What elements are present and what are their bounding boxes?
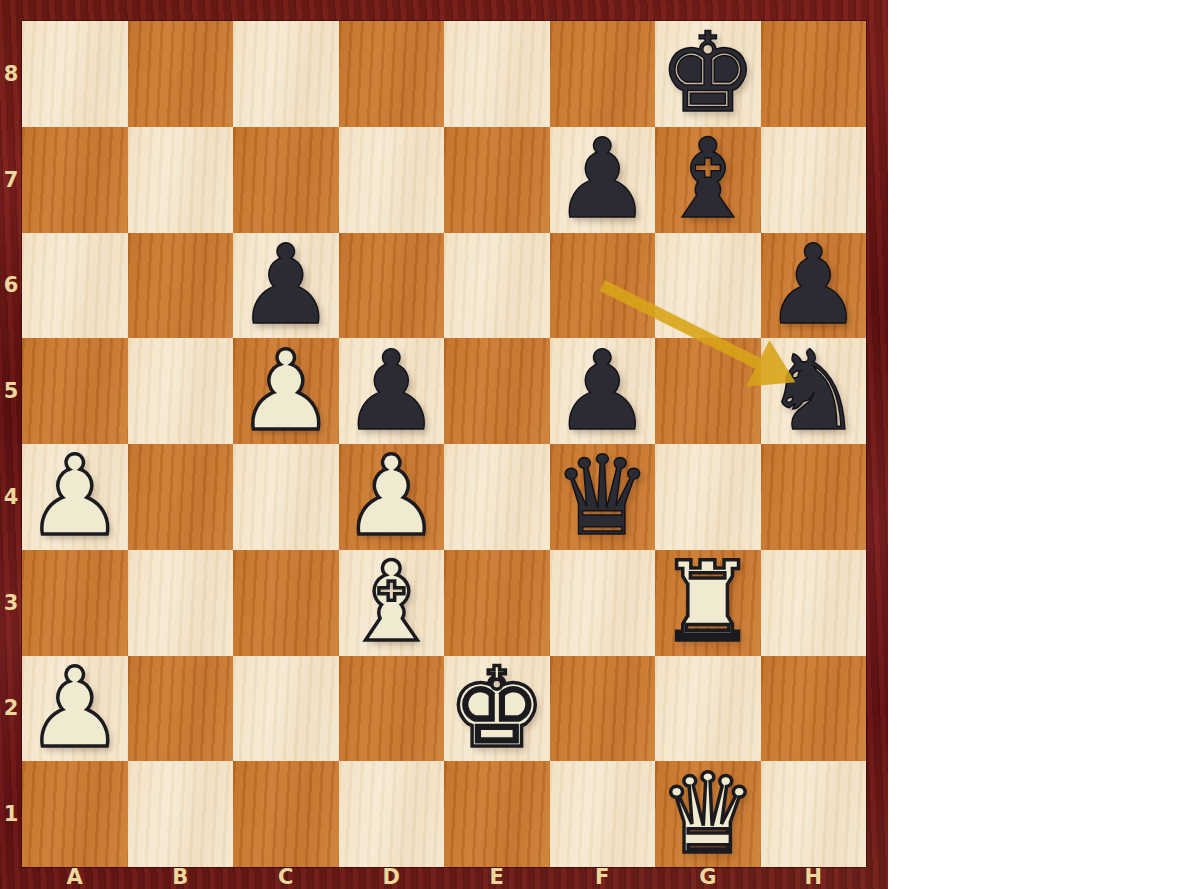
board-grid: ♚︎♟︎♝︎♟︎♟︎♟︎♟︎♟︎♞︎♟︎♟︎♛︎♝︎♜︎♟︎♚︎♛︎	[22, 21, 866, 867]
square-g8[interactable]: ♚︎	[655, 21, 761, 127]
square-d4[interactable]: ♟︎	[339, 444, 445, 550]
square-e6[interactable]	[444, 233, 550, 339]
square-a7[interactable]	[22, 127, 128, 233]
black-pawn-d5[interactable]: ♟︎	[342, 339, 441, 444]
file-label-g: G	[699, 865, 716, 889]
square-a4[interactable]: ♟︎	[22, 444, 128, 550]
square-f2[interactable]	[550, 656, 656, 762]
square-h2[interactable]	[761, 656, 867, 762]
square-e4[interactable]	[444, 444, 550, 550]
rank-label-5: 5	[4, 379, 19, 403]
square-g2[interactable]	[655, 656, 761, 762]
square-g6[interactable]	[655, 233, 761, 339]
square-c6[interactable]: ♟︎	[233, 233, 339, 339]
square-h1[interactable]	[761, 761, 867, 867]
square-e8[interactable]	[444, 21, 550, 127]
square-f5[interactable]: ♟︎	[550, 338, 656, 444]
square-f3[interactable]	[550, 550, 656, 656]
square-d2[interactable]	[339, 656, 445, 762]
square-b6[interactable]	[128, 233, 234, 339]
square-h7[interactable]	[761, 127, 867, 233]
square-b4[interactable]	[128, 444, 234, 550]
square-h3[interactable]	[761, 550, 867, 656]
screenshot-canvas: ♚︎♟︎♝︎♟︎♟︎♟︎♟︎♟︎♞︎♟︎♟︎♛︎♝︎♜︎♟︎♚︎♛︎ 87654…	[0, 0, 1200, 889]
black-queen-f4[interactable]: ♛︎	[553, 444, 652, 549]
square-b2[interactable]	[128, 656, 234, 762]
square-g7[interactable]: ♝︎	[655, 127, 761, 233]
square-h8[interactable]	[761, 21, 867, 127]
square-g3[interactable]: ♜︎	[655, 550, 761, 656]
square-a8[interactable]	[22, 21, 128, 127]
rank-label-3: 3	[4, 591, 19, 615]
rank-label-6: 6	[4, 273, 19, 297]
square-e2[interactable]: ♚︎	[444, 656, 550, 762]
square-d8[interactable]	[339, 21, 445, 127]
white-queen-g1[interactable]: ♛︎	[658, 762, 757, 867]
square-g5[interactable]	[655, 338, 761, 444]
square-c2[interactable]	[233, 656, 339, 762]
square-b8[interactable]	[128, 21, 234, 127]
square-c1[interactable]	[233, 761, 339, 867]
square-b7[interactable]	[128, 127, 234, 233]
white-king-e2[interactable]: ♚︎	[447, 656, 546, 761]
square-c3[interactable]	[233, 550, 339, 656]
rank-label-7: 7	[4, 168, 19, 192]
square-b5[interactable]	[128, 338, 234, 444]
square-h4[interactable]	[761, 444, 867, 550]
file-label-h: H	[804, 865, 822, 889]
square-c8[interactable]	[233, 21, 339, 127]
white-rook-g3[interactable]: ♜︎	[658, 550, 757, 655]
square-a3[interactable]	[22, 550, 128, 656]
rank-label-8: 8	[4, 62, 19, 86]
black-pawn-c6[interactable]: ♟︎	[236, 233, 335, 338]
square-g1[interactable]: ♛︎	[655, 761, 761, 867]
white-pawn-d4[interactable]: ♟︎	[342, 444, 441, 549]
black-pawn-f5[interactable]: ♟︎	[553, 339, 652, 444]
square-f6[interactable]	[550, 233, 656, 339]
black-bishop-g7[interactable]: ♝︎	[658, 127, 757, 232]
file-label-c: C	[278, 865, 293, 889]
square-e3[interactable]	[444, 550, 550, 656]
square-f4[interactable]: ♛︎	[550, 444, 656, 550]
file-label-e: E	[490, 865, 504, 889]
square-h5[interactable]: ♞︎	[761, 338, 867, 444]
black-king-g8[interactable]: ♚︎	[658, 21, 757, 126]
white-pawn-a2[interactable]: ♟︎	[25, 656, 124, 761]
file-label-d: D	[383, 865, 400, 889]
black-knight-h5[interactable]: ♞︎	[764, 339, 863, 444]
file-label-a: A	[67, 865, 83, 889]
square-c7[interactable]	[233, 127, 339, 233]
square-a6[interactable]	[22, 233, 128, 339]
square-e1[interactable]	[444, 761, 550, 867]
square-d6[interactable]	[339, 233, 445, 339]
black-pawn-f7[interactable]: ♟︎	[553, 127, 652, 232]
square-g4[interactable]	[655, 444, 761, 550]
file-label-f: F	[595, 865, 609, 889]
square-f1[interactable]	[550, 761, 656, 867]
black-pawn-h6[interactable]: ♟︎	[764, 233, 863, 338]
square-c4[interactable]	[233, 444, 339, 550]
rank-label-2: 2	[4, 696, 19, 720]
square-e7[interactable]	[444, 127, 550, 233]
square-a1[interactable]	[22, 761, 128, 867]
board-frame: ♚︎♟︎♝︎♟︎♟︎♟︎♟︎♟︎♞︎♟︎♟︎♛︎♝︎♜︎♟︎♚︎♛︎ 87654…	[0, 0, 888, 889]
rank-label-4: 4	[4, 485, 19, 509]
white-pawn-c5[interactable]: ♟︎	[236, 339, 335, 444]
square-f7[interactable]: ♟︎	[550, 127, 656, 233]
rank-label-1: 1	[4, 802, 19, 826]
square-b1[interactable]	[128, 761, 234, 867]
square-d5[interactable]: ♟︎	[339, 338, 445, 444]
square-a2[interactable]: ♟︎	[22, 656, 128, 762]
square-h6[interactable]: ♟︎	[761, 233, 867, 339]
square-b3[interactable]	[128, 550, 234, 656]
white-pawn-a4[interactable]: ♟︎	[25, 444, 124, 549]
file-label-b: B	[172, 865, 188, 889]
square-f8[interactable]	[550, 21, 656, 127]
square-c5[interactable]: ♟︎	[233, 338, 339, 444]
square-d3[interactable]: ♝︎	[339, 550, 445, 656]
square-e5[interactable]	[444, 338, 550, 444]
square-a5[interactable]	[22, 338, 128, 444]
white-bishop-d3[interactable]: ♝︎	[342, 550, 441, 655]
square-d1[interactable]	[339, 761, 445, 867]
square-d7[interactable]	[339, 127, 445, 233]
